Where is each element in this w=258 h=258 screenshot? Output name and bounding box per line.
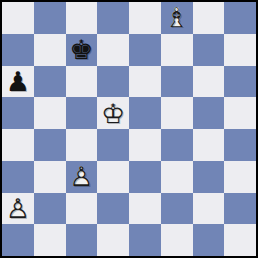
square-d4[interactable] xyxy=(97,129,129,161)
square-f8[interactable]: ♝♗ xyxy=(161,2,193,34)
square-g2[interactable] xyxy=(193,193,225,225)
square-h2[interactable] xyxy=(224,193,256,225)
square-f5[interactable] xyxy=(161,97,193,129)
square-h1[interactable] xyxy=(224,224,256,256)
square-f6[interactable] xyxy=(161,66,193,98)
square-g1[interactable] xyxy=(193,224,225,256)
square-a5[interactable] xyxy=(2,97,34,129)
square-h4[interactable] xyxy=(224,129,256,161)
square-a4[interactable] xyxy=(2,129,34,161)
square-a8[interactable] xyxy=(2,2,34,34)
white-pawn-outline-glyph: ♙ xyxy=(2,193,34,225)
square-f4[interactable] xyxy=(161,129,193,161)
square-h7[interactable] xyxy=(224,34,256,66)
square-h3[interactable] xyxy=(224,161,256,193)
square-d2[interactable] xyxy=(97,193,129,225)
square-g5[interactable] xyxy=(193,97,225,129)
white-pawn-piece[interactable]: ♟♙ xyxy=(2,193,34,225)
square-c7[interactable]: ♚ xyxy=(66,34,98,66)
square-e4[interactable] xyxy=(129,129,161,161)
square-e7[interactable] xyxy=(129,34,161,66)
square-b6[interactable] xyxy=(34,66,66,98)
square-f1[interactable] xyxy=(161,224,193,256)
white-pawn-outline-glyph: ♙ xyxy=(66,161,98,193)
square-c2[interactable] xyxy=(66,193,98,225)
square-a2[interactable]: ♟♙ xyxy=(2,193,34,225)
white-bishop-piece[interactable]: ♝♗ xyxy=(161,2,193,34)
square-e5[interactable] xyxy=(129,97,161,129)
white-bishop-outline-glyph: ♗ xyxy=(161,2,193,34)
square-d3[interactable] xyxy=(97,161,129,193)
square-c8[interactable] xyxy=(66,2,98,34)
square-h8[interactable] xyxy=(224,2,256,34)
square-d7[interactable] xyxy=(97,34,129,66)
square-e1[interactable] xyxy=(129,224,161,256)
black-king-piece[interactable]: ♚ xyxy=(66,34,98,66)
square-h5[interactable] xyxy=(224,97,256,129)
square-e8[interactable] xyxy=(129,2,161,34)
square-c1[interactable] xyxy=(66,224,98,256)
square-h6[interactable] xyxy=(224,66,256,98)
black-king-glyph: ♚ xyxy=(66,34,98,66)
square-b4[interactable] xyxy=(34,129,66,161)
square-g4[interactable] xyxy=(193,129,225,161)
square-e2[interactable] xyxy=(129,193,161,225)
square-b2[interactable] xyxy=(34,193,66,225)
white-king-outline-glyph: ♔ xyxy=(97,97,129,129)
square-c6[interactable] xyxy=(66,66,98,98)
square-a6[interactable]: ♟ xyxy=(2,66,34,98)
square-g3[interactable] xyxy=(193,161,225,193)
square-f2[interactable] xyxy=(161,193,193,225)
white-pawn-piece[interactable]: ♟♙ xyxy=(66,161,98,193)
white-king-piece[interactable]: ♚♔ xyxy=(97,97,129,129)
square-b1[interactable] xyxy=(34,224,66,256)
square-f3[interactable] xyxy=(161,161,193,193)
black-pawn-piece[interactable]: ♟ xyxy=(2,66,34,98)
square-e6[interactable] xyxy=(129,66,161,98)
square-e3[interactable] xyxy=(129,161,161,193)
black-pawn-glyph: ♟ xyxy=(2,66,34,98)
square-d8[interactable] xyxy=(97,2,129,34)
square-g6[interactable] xyxy=(193,66,225,98)
square-c4[interactable] xyxy=(66,129,98,161)
square-d5[interactable]: ♚♔ xyxy=(97,97,129,129)
square-b3[interactable] xyxy=(34,161,66,193)
square-b8[interactable] xyxy=(34,2,66,34)
square-c5[interactable] xyxy=(66,97,98,129)
square-a1[interactable] xyxy=(2,224,34,256)
square-a3[interactable] xyxy=(2,161,34,193)
square-b5[interactable] xyxy=(34,97,66,129)
square-c3[interactable]: ♟♙ xyxy=(66,161,98,193)
square-a7[interactable] xyxy=(2,34,34,66)
square-g7[interactable] xyxy=(193,34,225,66)
square-g8[interactable] xyxy=(193,2,225,34)
square-d6[interactable] xyxy=(97,66,129,98)
square-b7[interactable] xyxy=(34,34,66,66)
square-d1[interactable] xyxy=(97,224,129,256)
square-f7[interactable] xyxy=(161,34,193,66)
chess-board: ♝♗♚♟♚♔♟♙♟♙ xyxy=(0,0,258,258)
